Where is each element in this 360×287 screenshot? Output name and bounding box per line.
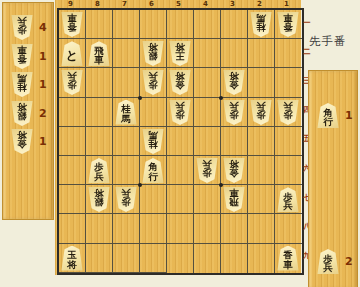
board-cell-6-5[interactable]: 桂馬 bbox=[140, 127, 167, 156]
board-cell-3-1[interactable] bbox=[221, 10, 248, 39]
file-label: 5 bbox=[165, 0, 192, 8]
board-cell-1-8[interactable] bbox=[275, 214, 302, 243]
piece-kanji: 角行 bbox=[323, 108, 334, 127]
piece-kanji: 歩兵 bbox=[256, 101, 267, 120]
board-cell-6-3[interactable]: 歩兵 bbox=[140, 68, 167, 97]
board-cell-5-9[interactable] bbox=[167, 244, 194, 273]
board-cell-7-3[interactable] bbox=[113, 68, 140, 97]
gote-captured-stand: 歩兵4香車1桂馬1銀将2金将1 bbox=[2, 2, 54, 220]
board-cell-9-1[interactable]: 香車 bbox=[59, 10, 86, 39]
file-label: 6 bbox=[138, 0, 165, 8]
piece-kanji: 銀将 bbox=[17, 102, 28, 121]
board-cell-8-6[interactable]: 歩兵 bbox=[86, 156, 113, 185]
star-point-icon bbox=[219, 96, 223, 100]
shogi-piece-gote[interactable]: 歩兵 bbox=[11, 15, 33, 40]
rank-label: 一 bbox=[303, 8, 313, 37]
gote-hand-slot: 銀将2 bbox=[3, 101, 53, 129]
board-cell-3-2[interactable] bbox=[221, 39, 248, 68]
shogi-piece-gote[interactable]: 銀将 bbox=[11, 101, 33, 126]
board-cell-6-7[interactable] bbox=[140, 185, 167, 214]
piece-kanji: 歩兵 bbox=[175, 101, 186, 120]
gote-hand-slot: 歩兵4 bbox=[3, 15, 53, 43]
shogi-piece-sente[interactable]: 角行 bbox=[142, 158, 164, 183]
board-cell-6-8[interactable] bbox=[140, 214, 167, 243]
board-cell-7-1[interactable] bbox=[113, 10, 140, 39]
shogi-piece-gote[interactable]: 金将 bbox=[169, 70, 191, 95]
shogi-piece-gote[interactable]: 歩兵 bbox=[277, 100, 299, 125]
piece-kanji: 歩兵 bbox=[323, 254, 334, 273]
shogi-piece-gote[interactable]: 香車 bbox=[61, 12, 83, 37]
shogi-piece-gote[interactable]: 歩兵 bbox=[223, 100, 245, 125]
board-cell-8-2[interactable]: 飛車 bbox=[86, 39, 113, 68]
board-cell-2-1[interactable]: 桂馬 bbox=[248, 10, 275, 39]
file-label: 4 bbox=[192, 0, 219, 8]
shogi-piece-gote[interactable]: 銀将 bbox=[88, 187, 110, 212]
sente-hand-slot: 角行1 bbox=[309, 103, 357, 131]
piece-kanji: 金将 bbox=[229, 72, 240, 91]
piece-kanji: 金将 bbox=[229, 159, 240, 178]
piece-kanji: 王将 bbox=[175, 43, 186, 62]
board-cell-4-6[interactable]: 歩兵 bbox=[194, 156, 221, 185]
captured-count: 2 bbox=[345, 255, 353, 268]
board-cell-1-2[interactable] bbox=[275, 39, 302, 68]
board-cell-2-8[interactable] bbox=[248, 214, 275, 243]
piece-kanji: 角行 bbox=[148, 162, 159, 181]
shogi-piece-gote[interactable]: 香車 bbox=[277, 12, 299, 37]
board-cell-4-7[interactable] bbox=[194, 185, 221, 214]
piece-kanji: 銀将 bbox=[94, 189, 105, 208]
board-cell-4-2[interactable] bbox=[194, 39, 221, 68]
board-cell-7-4[interactable]: 桂馬 bbox=[113, 98, 140, 127]
board-cell-8-7[interactable]: 銀将 bbox=[86, 185, 113, 214]
shogi-piece-gote[interactable]: 飛車 bbox=[223, 187, 245, 212]
shogi-piece-gote[interactable]: 金将 bbox=[223, 70, 245, 95]
board-cell-5-1[interactable] bbox=[167, 10, 194, 39]
board-cell-3-9[interactable] bbox=[221, 244, 248, 273]
board-cell-3-6[interactable]: 金将 bbox=[221, 156, 248, 185]
piece-kanji: 金将 bbox=[175, 72, 186, 91]
piece-kanji: 香車 bbox=[67, 14, 78, 33]
board-cell-7-5[interactable] bbox=[113, 127, 140, 156]
piece-kanji: 桂馬 bbox=[121, 104, 132, 123]
shogi-piece-gote[interactable]: 金将 bbox=[11, 129, 33, 154]
file-label: 8 bbox=[84, 0, 111, 8]
board-cell-5-2[interactable]: 王将 bbox=[167, 39, 194, 68]
piece-kanji: 歩兵 bbox=[121, 189, 132, 208]
board-cell-5-4[interactable]: 歩兵 bbox=[167, 98, 194, 127]
shogi-piece-sente[interactable]: 歩兵 bbox=[317, 249, 339, 274]
captured-count: 1 bbox=[39, 78, 47, 91]
board-cell-2-2[interactable] bbox=[248, 39, 275, 68]
board-cell-6-6[interactable]: 角行 bbox=[140, 156, 167, 185]
captured-count: 1 bbox=[39, 50, 47, 63]
piece-kanji: と bbox=[65, 49, 79, 61]
board-cell-4-4[interactable] bbox=[194, 98, 221, 127]
board-cell-5-6[interactable] bbox=[167, 156, 194, 185]
shogi-piece-sente[interactable]: 歩兵 bbox=[277, 187, 299, 212]
board-cell-4-5[interactable] bbox=[194, 127, 221, 156]
board-cell-1-5[interactable] bbox=[275, 127, 302, 156]
board-cell-3-3[interactable]: 金将 bbox=[221, 68, 248, 97]
board-cell-7-2[interactable] bbox=[113, 39, 140, 68]
captured-count: 1 bbox=[39, 135, 47, 148]
board-cell-2-6[interactable] bbox=[248, 156, 275, 185]
board-cell-7-6[interactable] bbox=[113, 156, 140, 185]
board-cell-2-7[interactable] bbox=[248, 185, 275, 214]
board-cell-6-1[interactable] bbox=[140, 10, 167, 39]
file-label: 9 bbox=[57, 0, 84, 8]
piece-kanji: 飛車 bbox=[94, 46, 105, 65]
board-cell-8-5[interactable] bbox=[86, 127, 113, 156]
shogi-piece-gote[interactable]: 歩兵 bbox=[250, 100, 272, 125]
board-cell-2-4[interactable]: 歩兵 bbox=[248, 98, 275, 127]
captured-count: 4 bbox=[39, 21, 47, 34]
piece-kanji: 歩兵 bbox=[148, 72, 159, 91]
sente-hand-slot: 歩兵2 bbox=[309, 249, 357, 277]
board-cell-8-9[interactable] bbox=[86, 244, 113, 273]
captured-count: 1 bbox=[345, 109, 353, 122]
file-label: 3 bbox=[219, 0, 246, 8]
piece-kanji: 香車 bbox=[283, 14, 294, 33]
shogi-piece-gote[interactable]: 金将 bbox=[223, 158, 245, 183]
board-cell-4-1[interactable] bbox=[194, 10, 221, 39]
shogi-piece-gote[interactable]: 歩兵 bbox=[142, 70, 164, 95]
board-cell-9-4[interactable] bbox=[59, 98, 86, 127]
shogi-piece-sente[interactable]: 角行 bbox=[317, 103, 339, 128]
board-cell-5-7[interactable] bbox=[167, 185, 194, 214]
star-point-icon bbox=[138, 183, 142, 187]
board-cell-9-9[interactable]: 玉将 bbox=[59, 244, 86, 273]
shogi-piece-sente[interactable]: 香車 bbox=[277, 246, 299, 271]
board-cell-3-5[interactable] bbox=[221, 127, 248, 156]
board-cell-7-9[interactable] bbox=[113, 244, 140, 273]
board-cell-8-3[interactable] bbox=[86, 68, 113, 97]
board-cell-9-2[interactable]: と bbox=[59, 39, 86, 68]
star-point-icon bbox=[138, 96, 142, 100]
piece-kanji: 香車 bbox=[283, 250, 294, 269]
board-cell-5-3[interactable]: 金将 bbox=[167, 68, 194, 97]
shogi-piece-gote[interactable]: 歩兵 bbox=[115, 187, 137, 212]
file-label: 7 bbox=[111, 0, 138, 8]
shogi-piece-gote[interactable]: 桂馬 bbox=[250, 12, 272, 37]
shogi-piece-gote[interactable]: 歩兵 bbox=[169, 100, 191, 125]
gote-hand-slot: 金将1 bbox=[3, 129, 53, 157]
board-cell-3-4[interactable]: 歩兵 bbox=[221, 98, 248, 127]
gote-hand-slot: 香車1 bbox=[3, 44, 53, 72]
gote-hand-slot: 桂馬1 bbox=[3, 72, 53, 100]
piece-kanji: 歩兵 bbox=[283, 101, 294, 120]
board-cell-1-7[interactable]: 歩兵 bbox=[275, 185, 302, 214]
shogi-piece-sente[interactable]: 歩兵 bbox=[88, 158, 110, 183]
piece-kanji: 金将 bbox=[17, 131, 28, 150]
board-cell-8-1[interactable] bbox=[86, 10, 113, 39]
shogi-piece-gote[interactable]: 香車 bbox=[11, 44, 33, 69]
file-labels: 987654321 bbox=[57, 0, 300, 8]
board-grid: 香車桂馬香車と飛車銀将王将歩兵歩兵金将金将桂馬歩兵歩兵歩兵歩兵桂馬歩兵角行歩兵金… bbox=[57, 8, 304, 275]
piece-kanji: 玉将 bbox=[67, 250, 78, 269]
piece-kanji: 歩兵 bbox=[202, 159, 213, 178]
board-cell-4-3[interactable] bbox=[194, 68, 221, 97]
sente-captured-stand: 角行1歩兵2 bbox=[308, 70, 358, 287]
board-cell-5-5[interactable] bbox=[167, 127, 194, 156]
shogi-piece-sente[interactable]: と bbox=[61, 41, 83, 66]
shogi-piece-gote[interactable]: 桂馬 bbox=[142, 129, 164, 154]
board-cell-3-7[interactable]: 飛車 bbox=[221, 185, 248, 214]
board-cell-9-8[interactable] bbox=[59, 214, 86, 243]
board-cell-1-6[interactable] bbox=[275, 156, 302, 185]
board-cell-6-9[interactable] bbox=[140, 244, 167, 273]
shogi-board: 987654321 香車桂馬香車と飛車銀将王将歩兵歩兵金将金将桂馬歩兵歩兵歩兵歩… bbox=[55, 0, 301, 275]
shogi-app: 歩兵4香車1桂馬1銀将2金将1 987654321 香車桂馬香車と飛車銀将王将歩… bbox=[0, 0, 360, 287]
piece-kanji: 桂馬 bbox=[17, 74, 28, 93]
turn-indicator: 先手番 bbox=[309, 34, 359, 49]
board-cell-6-2[interactable]: 銀将 bbox=[140, 39, 167, 68]
board-cell-3-8[interactable] bbox=[221, 214, 248, 243]
file-label: 2 bbox=[246, 0, 273, 8]
board-cell-1-1[interactable]: 香車 bbox=[275, 10, 302, 39]
shogi-piece-gote[interactable]: 歩兵 bbox=[61, 70, 83, 95]
piece-kanji: 歩兵 bbox=[283, 192, 294, 211]
board-cell-7-8[interactable] bbox=[113, 214, 140, 243]
piece-kanji: 銀将 bbox=[148, 43, 159, 62]
piece-kanji: 歩兵 bbox=[17, 17, 28, 36]
board-cell-6-4[interactable] bbox=[140, 98, 167, 127]
board-cell-2-5[interactable] bbox=[248, 127, 275, 156]
piece-kanji: 歩兵 bbox=[229, 101, 240, 120]
piece-kanji: 飛車 bbox=[229, 189, 240, 208]
board-cell-9-7[interactable] bbox=[59, 185, 86, 214]
board-cell-1-4[interactable]: 歩兵 bbox=[275, 98, 302, 127]
piece-kanji: 桂馬 bbox=[256, 14, 267, 33]
shogi-piece-gote[interactable]: 歩兵 bbox=[196, 158, 218, 183]
shogi-piece-sente[interactable]: 飛車 bbox=[88, 41, 110, 66]
board-cell-1-3[interactable] bbox=[275, 68, 302, 97]
piece-kanji: 香車 bbox=[17, 45, 28, 64]
file-label: 1 bbox=[273, 0, 300, 8]
shogi-piece-gote[interactable]: 銀将 bbox=[142, 41, 164, 66]
board-cell-8-8[interactable] bbox=[86, 214, 113, 243]
shogi-piece-gote[interactable]: 桂馬 bbox=[11, 72, 33, 97]
board-cell-8-4[interactable] bbox=[86, 98, 113, 127]
shogi-piece-gote[interactable]: 王将 bbox=[169, 41, 191, 66]
board-cell-5-8[interactable] bbox=[167, 214, 194, 243]
board-cell-9-3[interactable]: 歩兵 bbox=[59, 68, 86, 97]
piece-kanji: 歩兵 bbox=[94, 162, 105, 181]
board-cell-7-7[interactable]: 歩兵 bbox=[113, 185, 140, 214]
board-cell-9-5[interactable] bbox=[59, 127, 86, 156]
piece-kanji: 桂馬 bbox=[148, 130, 159, 149]
shogi-piece-sente[interactable]: 玉将 bbox=[61, 246, 83, 271]
shogi-piece-sente[interactable]: 桂馬 bbox=[115, 100, 137, 125]
board-cell-1-9[interactable]: 香車 bbox=[275, 244, 302, 273]
star-point-icon bbox=[219, 183, 223, 187]
board-cell-2-3[interactable] bbox=[248, 68, 275, 97]
piece-kanji: 歩兵 bbox=[67, 72, 78, 91]
captured-count: 2 bbox=[39, 107, 47, 120]
board-cell-4-9[interactable] bbox=[194, 244, 221, 273]
board-cell-9-6[interactable] bbox=[59, 156, 86, 185]
board-cell-4-8[interactable] bbox=[194, 214, 221, 243]
board-cell-2-9[interactable] bbox=[248, 244, 275, 273]
